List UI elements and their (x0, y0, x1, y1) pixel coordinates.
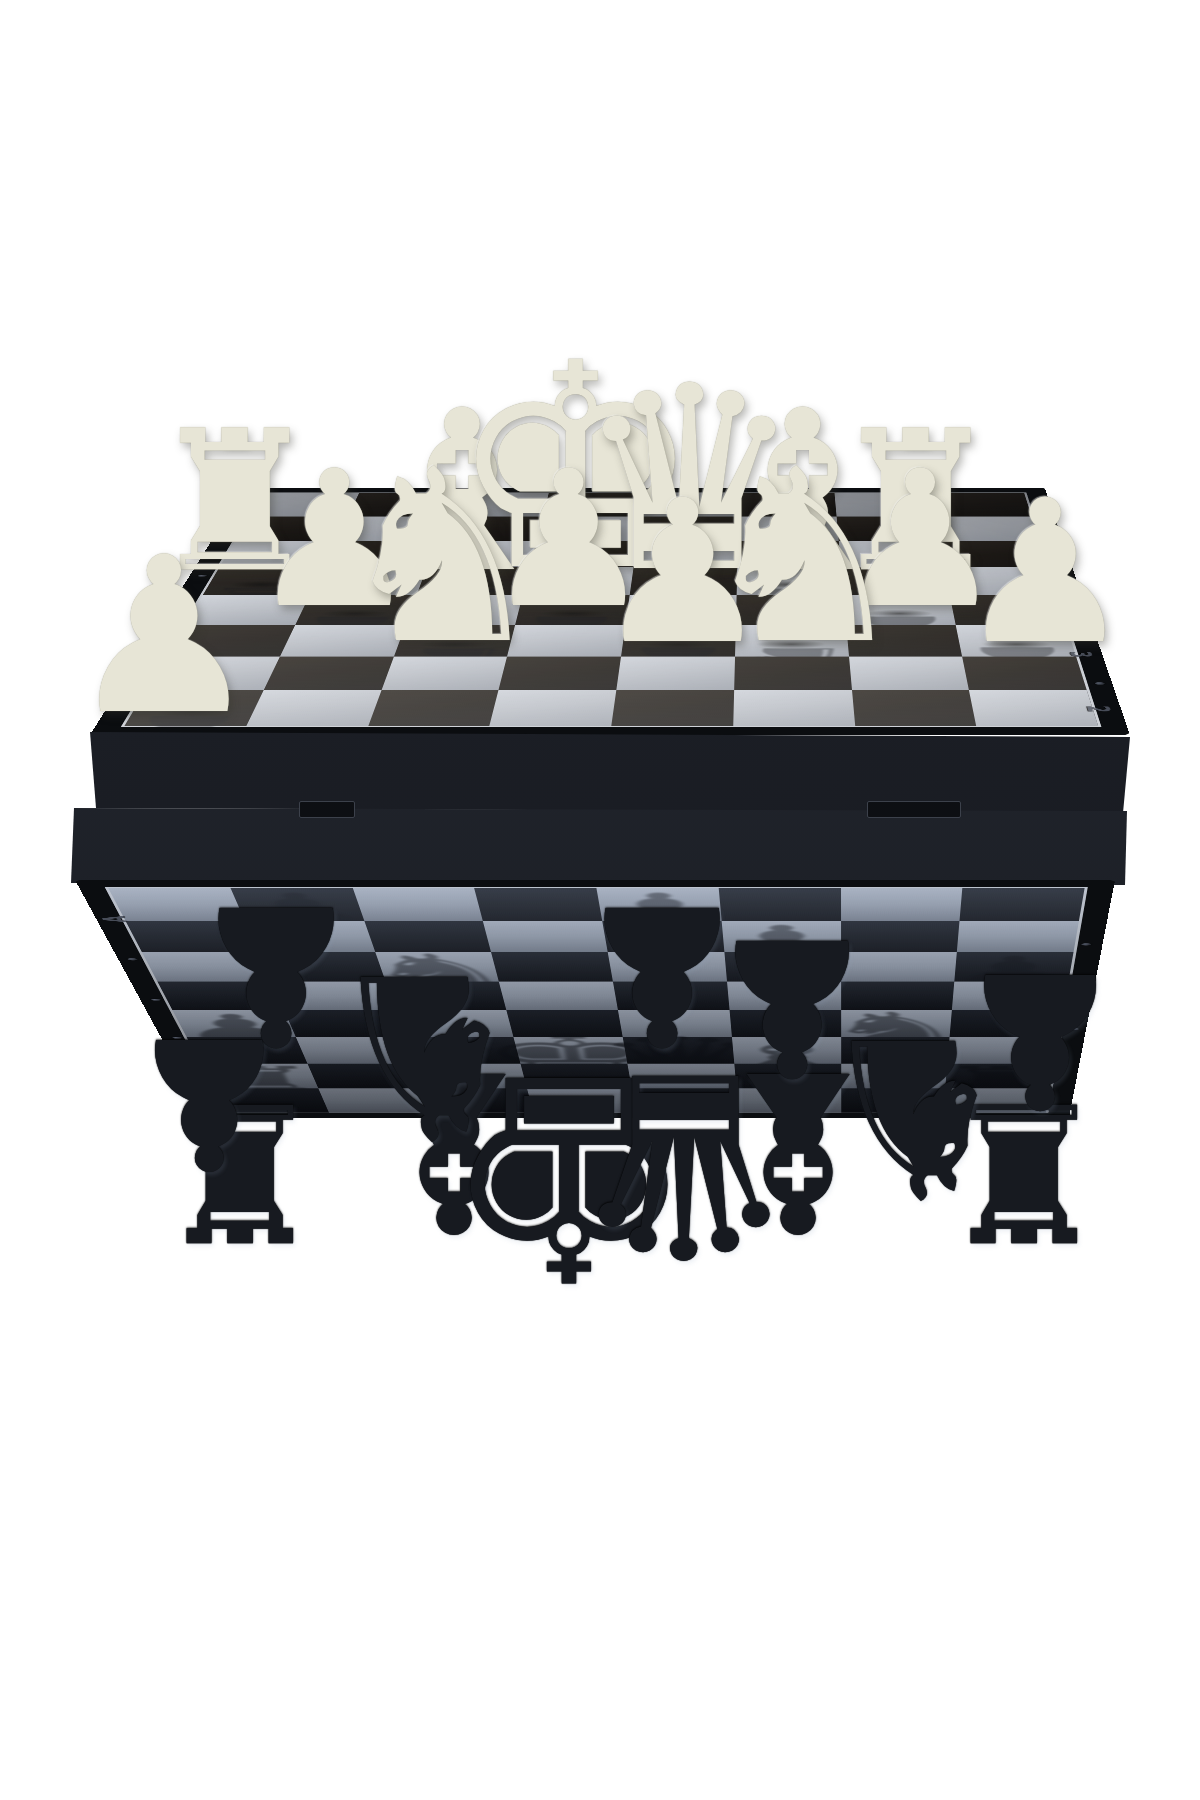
square (841, 921, 960, 952)
bottom-board-tilt: ♟♟♟♞♟♟♞♝♚♛♝♜♜ A (75, 880, 1200, 1800)
square: ♞ (841, 1010, 952, 1037)
square (627, 1063, 736, 1088)
rank-number-label: 3 (1065, 651, 1096, 657)
square (736, 1089, 841, 1113)
square (611, 690, 734, 726)
square: ♟ (596, 888, 721, 921)
square (271, 982, 395, 1010)
square: ♚ (523, 567, 634, 595)
square (530, 541, 637, 567)
top-board-grid: ♜♝♚♛♝♜♟♟♟♞♟♞♟♟ (121, 493, 1102, 728)
square: ♝ (736, 567, 843, 595)
rank-number-label: 2 (1082, 706, 1115, 713)
square (960, 888, 1085, 921)
case-screw (162, 637, 173, 640)
case-screw (151, 999, 161, 1001)
square (235, 516, 348, 541)
square (527, 1089, 636, 1113)
case-screw (172, 1037, 182, 1039)
square (733, 690, 855, 726)
square (309, 567, 426, 595)
square (426, 541, 536, 567)
case-screw (1076, 629, 1086, 632)
piece-contact-shadow (850, 579, 941, 590)
piece-contact-shadow (214, 579, 309, 590)
piece-contact-shadow (532, 579, 623, 590)
square: ♟ (124, 690, 263, 726)
square (948, 1037, 1059, 1063)
square (632, 1089, 739, 1113)
top-board-tilt: ♜♝♚♛♝♜♟♟♟♞♟♞♟♟ 432 (90, 0, 1200, 735)
square (368, 690, 499, 726)
hinge-right (867, 801, 961, 818)
file-letter-label: A (97, 916, 132, 922)
square: ♝ (732, 1037, 841, 1063)
square: ♟ (843, 595, 956, 625)
square (250, 493, 359, 516)
square (258, 952, 385, 982)
square (962, 656, 1086, 690)
square (521, 1063, 632, 1088)
square: ♝ (416, 567, 530, 595)
square: ♟ (956, 625, 1076, 657)
square (436, 516, 543, 541)
square (841, 1063, 948, 1088)
square (352, 888, 483, 921)
square (507, 625, 625, 657)
piece-contact-shadow (525, 608, 619, 619)
square (423, 1089, 534, 1113)
square: ♟ (172, 1010, 295, 1037)
piece-contact-shadow (638, 579, 728, 590)
case-screw (197, 575, 207, 577)
square (952, 982, 1068, 1010)
magnetic-chess-set-photo: ♜♝♚♛♝♜♟♟♟♞♟♞♟♟ 432 ♟♟♟♞♟♟♞♝♚♛♝♜♜ A ♜♝♚♛♝… (0, 0, 1200, 1800)
square (729, 1010, 840, 1037)
square (846, 625, 963, 657)
square (625, 595, 736, 625)
square (738, 493, 836, 516)
square (734, 1063, 841, 1088)
square: ♟ (721, 921, 840, 952)
case-screw (193, 1073, 203, 1075)
square (718, 888, 840, 921)
square (323, 541, 436, 567)
square (490, 690, 617, 726)
square (616, 656, 734, 690)
square: ♞ (735, 625, 849, 657)
square (838, 541, 944, 567)
square (950, 1010, 1064, 1037)
square (618, 1010, 732, 1037)
piece-contact-shadow (744, 638, 840, 650)
bottom-board-grid: ♟♟♟♞♟♟♞♝♚♛♝♜♜ (105, 887, 1088, 1113)
square (185, 595, 309, 625)
square (944, 567, 1056, 595)
square (836, 516, 939, 541)
square (738, 516, 839, 541)
square (336, 516, 446, 541)
square (499, 656, 621, 690)
square (608, 952, 727, 982)
square (284, 1010, 405, 1037)
square (602, 921, 724, 952)
square (483, 921, 608, 952)
square: ♛ (630, 567, 737, 595)
square (613, 982, 729, 1010)
square (364, 921, 491, 952)
square (939, 541, 1048, 567)
piece-contact-shadow (745, 579, 835, 590)
square (219, 541, 335, 567)
square (537, 516, 641, 541)
case-screw (1095, 682, 1105, 685)
square (727, 982, 841, 1010)
hinge-left (299, 801, 355, 818)
square: ♞ (375, 952, 499, 982)
piece-contact-shadow (138, 706, 247, 720)
piece-contact-shadow (426, 579, 519, 590)
case-screw (181, 605, 191, 607)
square (736, 595, 846, 625)
square (841, 1089, 946, 1113)
square (737, 541, 841, 567)
square (841, 888, 963, 921)
square (263, 656, 393, 690)
square (246, 690, 381, 726)
square (214, 1089, 329, 1113)
square (969, 690, 1098, 726)
square (296, 1037, 414, 1063)
square (834, 493, 934, 516)
case-screw (1059, 584, 1068, 586)
square: ♟ (230, 888, 364, 921)
square (841, 982, 955, 1010)
square (841, 1037, 950, 1063)
square: ♜ (841, 567, 950, 595)
square (950, 595, 1066, 625)
square (637, 516, 738, 541)
square: ♟ (295, 595, 416, 625)
square (491, 952, 613, 982)
top-board-case-rim: ♜♝♚♛♝♜♟♟♟♞♟♞♟♟ 432 (90, 488, 1130, 735)
piece-contact-shadow (631, 638, 727, 650)
case-screw (1070, 1028, 1079, 1030)
square (849, 656, 970, 690)
square (142, 952, 272, 982)
piece-contact-shadow (404, 638, 503, 650)
square (348, 493, 454, 516)
square (445, 493, 549, 516)
square (245, 921, 375, 952)
square (724, 952, 841, 982)
square (385, 982, 506, 1010)
square (405, 595, 523, 625)
square (125, 921, 258, 952)
square (146, 656, 280, 690)
square (929, 493, 1031, 516)
piece-contact-shadow (967, 638, 1065, 650)
case-screw (1075, 987, 1085, 989)
square (841, 952, 957, 982)
square (381, 656, 507, 690)
square: ♜ (200, 1063, 318, 1088)
square (157, 982, 283, 1010)
square (943, 1089, 1050, 1113)
square (318, 1089, 431, 1113)
square: ♜ (203, 567, 323, 595)
square (280, 625, 405, 657)
square: ♝ (405, 1037, 521, 1063)
square (634, 541, 738, 567)
case-screw (127, 958, 138, 960)
square: ♚ (514, 1037, 628, 1063)
square: ♜ (945, 1063, 1054, 1088)
piece-contact-shadow (306, 608, 403, 619)
square: ♛ (623, 1037, 734, 1063)
square (734, 656, 852, 690)
square (543, 493, 644, 516)
square (507, 1010, 623, 1037)
bottom-board-case-rim: ♟♟♟♞♟♟♞♝♚♛♝♜♜ A (75, 880, 1115, 1118)
square (187, 1037, 307, 1063)
square (499, 982, 618, 1010)
square (414, 1063, 527, 1088)
square (934, 516, 1040, 541)
square (957, 921, 1079, 952)
piece-contact-shadow (853, 608, 947, 619)
square (307, 1063, 423, 1088)
square (474, 888, 602, 921)
square (166, 625, 295, 657)
square (852, 690, 977, 726)
square: ♞ (394, 625, 516, 657)
square (641, 493, 739, 516)
square: ♟ (955, 952, 1074, 982)
square: ♟ (515, 595, 629, 625)
square: ♟ (621, 625, 736, 657)
rank-number-label: 4 (1052, 609, 1082, 614)
square (395, 1010, 514, 1037)
case-screw (1081, 943, 1091, 946)
